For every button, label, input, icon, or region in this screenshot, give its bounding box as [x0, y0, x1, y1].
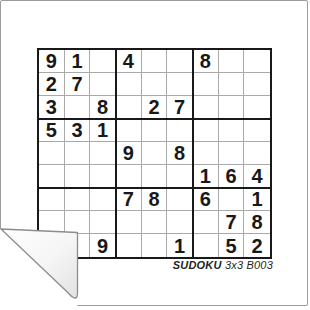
cell-r3c6[interactable]: 7: [167, 96, 193, 119]
cell-r7c2[interactable]: [65, 188, 91, 211]
cell-r2c8[interactable]: [219, 73, 245, 96]
cell-r7c9[interactable]: 1: [244, 188, 270, 211]
cell-r3c4[interactable]: [116, 96, 142, 119]
cell-r1c7[interactable]: 8: [193, 50, 219, 73]
cell-r8c6[interactable]: [167, 211, 193, 234]
cell-r4c6[interactable]: [167, 119, 193, 142]
cell-r1c9[interactable]: [244, 50, 270, 73]
cell-r3c1[interactable]: 3: [39, 96, 65, 119]
cell-r3c2[interactable]: [65, 96, 91, 119]
cell-r7c7[interactable]: 6: [193, 188, 219, 211]
cell-r3c9[interactable]: [244, 96, 270, 119]
cell-r8c9[interactable]: 8: [244, 211, 270, 234]
cell-r7c6[interactable]: [167, 188, 193, 211]
cell-r9c9[interactable]: 2: [244, 234, 270, 257]
cell-r4c2[interactable]: 3: [65, 119, 91, 142]
cell-r8c4[interactable]: [116, 211, 142, 234]
box-divider-horizontal-2: [39, 187, 270, 189]
cell-r1c2[interactable]: 1: [65, 50, 91, 73]
cell-r9c8[interactable]: 5: [219, 234, 245, 257]
cell-r5c1[interactable]: [39, 142, 65, 165]
cell-r4c3[interactable]: 1: [90, 119, 116, 142]
box-divider-vertical-2: [192, 50, 194, 257]
cell-r8c2[interactable]: [65, 211, 91, 234]
cell-r3c3[interactable]: 8: [90, 96, 116, 119]
cell-r9c1[interactable]: [39, 234, 65, 257]
cell-r6c7[interactable]: 1: [193, 165, 219, 188]
cell-r6c5[interactable]: [142, 165, 168, 188]
cell-r9c6[interactable]: 1: [167, 234, 193, 257]
cell-r7c1[interactable]: [39, 188, 65, 211]
cell-r5c2[interactable]: [65, 142, 91, 165]
cell-r1c3[interactable]: [90, 50, 116, 73]
cell-r7c3[interactable]: [90, 188, 116, 211]
cell-r2c2[interactable]: 7: [65, 73, 91, 96]
caption: SUDOKU 3x3 B003: [37, 259, 273, 272]
cell-r9c4[interactable]: [116, 234, 142, 257]
cell-r5c8[interactable]: [219, 142, 245, 165]
cell-r5c7[interactable]: [193, 142, 219, 165]
box-divider-horizontal-1: [39, 118, 270, 120]
cell-r5c3[interactable]: [90, 142, 116, 165]
cell-r4c4[interactable]: [116, 119, 142, 142]
screenshot-root: { "game": "sudoku", "board": { "size": "…: [0, 0, 310, 310]
cell-r2c5[interactable]: [142, 73, 168, 96]
cell-r7c8[interactable]: [219, 188, 245, 211]
cell-r6c2[interactable]: [65, 165, 91, 188]
cell-r8c8[interactable]: 7: [219, 211, 245, 234]
cell-r6c9[interactable]: 4: [244, 165, 270, 188]
cell-r1c1[interactable]: 9: [39, 50, 65, 73]
caption-series: 3x3 B003: [225, 259, 273, 271]
cell-r3c7[interactable]: [193, 96, 219, 119]
cell-r6c3[interactable]: [90, 165, 116, 188]
caption-brand: SUDOKU: [173, 259, 222, 271]
cell-r4c5[interactable]: [142, 119, 168, 142]
cell-r8c3[interactable]: [90, 211, 116, 234]
cell-r9c2[interactable]: [65, 234, 91, 257]
cell-r2c3[interactable]: [90, 73, 116, 96]
cell-r9c3[interactable]: 9: [90, 234, 116, 257]
cell-r8c1[interactable]: [39, 211, 65, 234]
cell-r5c4[interactable]: 9: [116, 142, 142, 165]
cell-r4c8[interactable]: [219, 119, 245, 142]
cell-r9c7[interactable]: [193, 234, 219, 257]
cell-r2c1[interactable]: 2: [39, 73, 65, 96]
cell-r5c6[interactable]: 8: [167, 142, 193, 165]
sudoku-grid: 9148273827531981647861789152: [37, 48, 272, 259]
cell-r5c9[interactable]: [244, 142, 270, 165]
cell-r3c5[interactable]: 2: [142, 96, 168, 119]
cell-r7c5[interactable]: 8: [142, 188, 168, 211]
cell-r3c8[interactable]: [219, 96, 245, 119]
cell-r4c1[interactable]: 5: [39, 119, 65, 142]
cell-r6c4[interactable]: [116, 165, 142, 188]
box-divider-vertical-1: [115, 50, 117, 257]
cell-r7c4[interactable]: 7: [116, 188, 142, 211]
cell-r4c7[interactable]: [193, 119, 219, 142]
cell-r6c6[interactable]: [167, 165, 193, 188]
cell-r8c5[interactable]: [142, 211, 168, 234]
cell-r5c5[interactable]: [142, 142, 168, 165]
cell-r1c5[interactable]: [142, 50, 168, 73]
cell-r6c8[interactable]: 6: [219, 165, 245, 188]
cell-r2c7[interactable]: [193, 73, 219, 96]
cell-r1c6[interactable]: [167, 50, 193, 73]
cell-r6c1[interactable]: [39, 165, 65, 188]
cell-r2c9[interactable]: [244, 73, 270, 96]
cell-r4c9[interactable]: [244, 119, 270, 142]
cell-r1c4[interactable]: 4: [116, 50, 142, 73]
cell-r2c6[interactable]: [167, 73, 193, 96]
cell-r1c8[interactable]: [219, 50, 245, 73]
cell-r9c5[interactable]: [142, 234, 168, 257]
cell-r8c7[interactable]: [193, 211, 219, 234]
cell-r2c4[interactable]: [116, 73, 142, 96]
